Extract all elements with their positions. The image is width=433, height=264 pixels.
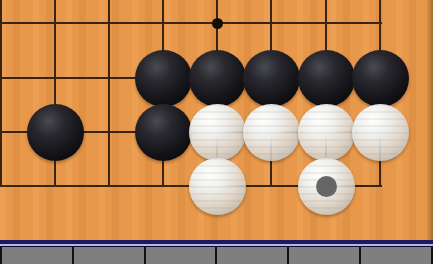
black-stone[interactable] (189, 50, 246, 107)
toolbar-button-6[interactable] (359, 247, 433, 264)
black-stone[interactable] (135, 104, 192, 161)
toolbar-button-4[interactable] (215, 247, 287, 264)
toolbar (0, 246, 433, 264)
white-stone[interactable] (189, 158, 246, 215)
black-stone[interactable] (27, 104, 84, 161)
go-board[interactable] (0, 0, 433, 240)
go-app-screen (0, 0, 433, 264)
gray-dot-marker (316, 176, 337, 197)
board-edge-shade (426, 0, 433, 240)
white-stone[interactable] (189, 104, 246, 161)
hoshi-star-point (212, 18, 223, 29)
white-stone[interactable] (352, 104, 409, 161)
white-stone[interactable] (298, 104, 355, 161)
white-stone[interactable] (243, 104, 300, 161)
toolbar-button-1[interactable] (0, 247, 72, 264)
white-stone[interactable] (298, 158, 355, 215)
board-gridline-vertical (0, 0, 2, 187)
black-stone[interactable] (352, 50, 409, 107)
black-stone[interactable] (298, 50, 355, 107)
toolbar-button-5[interactable] (287, 247, 359, 264)
toolbar-button-3[interactable] (144, 247, 216, 264)
bottom-bar (0, 240, 433, 264)
black-stone[interactable] (243, 50, 300, 107)
board-gridline-vertical (108, 0, 110, 187)
toolbar-button-2[interactable] (72, 247, 144, 264)
black-stone[interactable] (135, 50, 192, 107)
board-gridline-horizontal (0, 22, 382, 24)
